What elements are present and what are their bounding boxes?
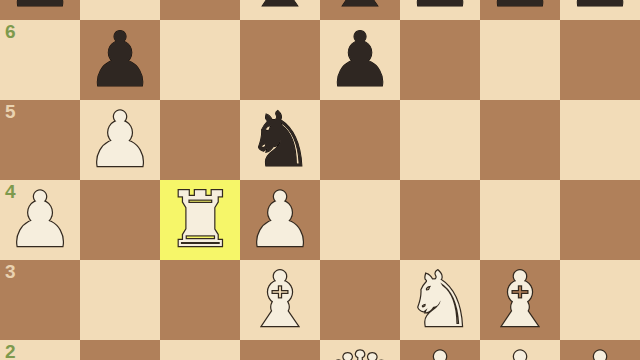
rank-label-6: 6 xyxy=(5,22,16,42)
square-b7[interactable] xyxy=(80,0,160,20)
piece-black-bishop[interactable]: ♝ xyxy=(326,0,394,20)
square-h3[interactable] xyxy=(560,260,640,340)
square-h4[interactable] xyxy=(560,180,640,260)
square-g7[interactable]: ♟ xyxy=(480,0,560,20)
square-f3[interactable]: ♞ xyxy=(400,260,480,340)
square-a3[interactable]: 3 xyxy=(0,260,80,340)
piece-black-pawn[interactable]: ♟ xyxy=(486,0,554,20)
square-g4[interactable] xyxy=(480,180,560,260)
square-d4[interactable]: ♟ xyxy=(240,180,320,260)
square-h6[interactable] xyxy=(560,20,640,100)
square-d2[interactable] xyxy=(240,340,320,360)
square-e5[interactable] xyxy=(320,100,400,180)
square-d6[interactable] xyxy=(240,20,320,100)
square-f7[interactable]: ♟ xyxy=(400,0,480,20)
piece-black-bishop[interactable]: ♝ xyxy=(246,0,314,20)
square-d5[interactable]: ♞ xyxy=(240,100,320,180)
square-c3[interactable] xyxy=(160,260,240,340)
piece-white-pawn[interactable]: ♟ xyxy=(6,180,74,260)
square-e2[interactable]: ♛ xyxy=(320,340,400,360)
square-b2[interactable] xyxy=(80,340,160,360)
square-c4[interactable]: ♜ xyxy=(160,180,240,260)
piece-white-pawn[interactable]: ♟ xyxy=(486,340,554,360)
piece-white-bishop[interactable]: ♝ xyxy=(246,260,314,340)
piece-black-pawn[interactable]: ♟ xyxy=(6,0,74,20)
square-d3[interactable]: ♝ xyxy=(240,260,320,340)
square-f2[interactable]: ♟ xyxy=(400,340,480,360)
square-h2[interactable]: ♟ xyxy=(560,340,640,360)
square-a5[interactable]: 5 xyxy=(0,100,80,180)
piece-white-pawn[interactable]: ♟ xyxy=(246,180,314,260)
video-frame: ♟♝♝♟♟♟6♟♟5♟♞4♟♜♟3♝♞♝2♛♟♟♟ xyxy=(0,0,640,360)
rank-label-3: 3 xyxy=(5,262,16,282)
rank-label-2: 2 xyxy=(5,342,16,360)
square-g2[interactable]: ♟ xyxy=(480,340,560,360)
piece-black-pawn[interactable]: ♟ xyxy=(566,0,634,20)
piece-black-pawn[interactable]: ♟ xyxy=(86,20,154,100)
square-c2[interactable] xyxy=(160,340,240,360)
square-a4[interactable]: 4♟ xyxy=(0,180,80,260)
square-f6[interactable] xyxy=(400,20,480,100)
square-e6[interactable]: ♟ xyxy=(320,20,400,100)
square-g3[interactable]: ♝ xyxy=(480,260,560,340)
chess-board: ♟♝♝♟♟♟6♟♟5♟♞4♟♜♟3♝♞♝2♛♟♟♟ xyxy=(0,0,640,360)
piece-white-rook[interactable]: ♜ xyxy=(166,180,234,260)
square-b4[interactable] xyxy=(80,180,160,260)
piece-white-pawn[interactable]: ♟ xyxy=(406,340,474,360)
square-h5[interactable] xyxy=(560,100,640,180)
square-e7[interactable]: ♝ xyxy=(320,0,400,20)
piece-black-knight[interactable]: ♞ xyxy=(246,100,314,180)
square-g6[interactable] xyxy=(480,20,560,100)
rank-label-4: 4 xyxy=(5,182,16,202)
square-f4[interactable] xyxy=(400,180,480,260)
piece-white-pawn[interactable]: ♟ xyxy=(86,100,154,180)
square-a7[interactable]: ♟ xyxy=(0,0,80,20)
piece-white-queen[interactable]: ♛ xyxy=(326,340,394,360)
square-e3[interactable] xyxy=(320,260,400,340)
square-b6[interactable]: ♟ xyxy=(80,20,160,100)
square-d7[interactable]: ♝ xyxy=(240,0,320,20)
square-c6[interactable] xyxy=(160,20,240,100)
piece-white-pawn[interactable]: ♟ xyxy=(566,340,634,360)
square-a6[interactable]: 6 xyxy=(0,20,80,100)
square-g5[interactable] xyxy=(480,100,560,180)
square-c7[interactable] xyxy=(160,0,240,20)
rank-label-5: 5 xyxy=(5,102,16,122)
piece-black-pawn[interactable]: ♟ xyxy=(406,0,474,20)
square-f5[interactable] xyxy=(400,100,480,180)
piece-white-bishop[interactable]: ♝ xyxy=(486,260,554,340)
square-b3[interactable] xyxy=(80,260,160,340)
square-h7[interactable]: ♟ xyxy=(560,0,640,20)
square-b5[interactable]: ♟ xyxy=(80,100,160,180)
square-e4[interactable] xyxy=(320,180,400,260)
square-c5[interactable] xyxy=(160,100,240,180)
piece-white-knight[interactable]: ♞ xyxy=(406,260,474,340)
square-a2[interactable]: 2 xyxy=(0,340,80,360)
piece-black-pawn[interactable]: ♟ xyxy=(326,20,394,100)
